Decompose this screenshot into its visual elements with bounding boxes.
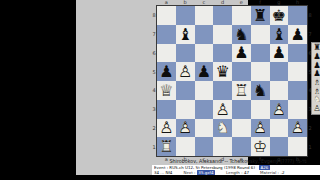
black-n-piece: ♞ (251, 81, 270, 100)
square-c4 (195, 81, 214, 100)
square-h7: ♟ (288, 25, 307, 44)
black-r-piece: ♜ (251, 6, 270, 25)
square-b3 (176, 100, 195, 119)
square-c5: ♟ (195, 62, 214, 81)
square-d7 (213, 25, 232, 44)
square-g4 (270, 81, 289, 100)
square-a3 (157, 100, 176, 119)
chess-board: ♜♚♝♞♝♟♟♟♟♟♙♟♛♛♕♜♖♞♟♙♟♙♟♙♟♙♞♘♟♙♟♙♜♖♚♔ (156, 5, 308, 157)
white-q-piece: ♕ (157, 81, 176, 100)
square-d4 (213, 81, 232, 100)
black-p-piece: ♟ (288, 25, 307, 44)
next-move-badge: 35.gxf4 (197, 170, 215, 175)
black-b-piece: ♝ (176, 25, 195, 44)
square-c6 (195, 44, 214, 63)
square-f3 (251, 100, 270, 119)
square-f1: ♚♔ (251, 137, 270, 156)
square-h1 (288, 137, 307, 156)
black-n-piece: ♞ (232, 25, 251, 44)
square-b6 (176, 44, 195, 63)
square-a2: ♟♙ (157, 119, 176, 138)
black-b-piece: ♝ (270, 25, 289, 44)
captured-pieces-tray: ♜♟♟♟♝♗♝♗♞♘♟♙ (311, 42, 320, 115)
square-f2: ♟♙ (251, 119, 270, 138)
square-g7: ♝ (270, 25, 289, 44)
square-c2 (195, 119, 214, 138)
square-e2 (232, 119, 251, 138)
square-a4: ♛♕ (157, 81, 176, 100)
square-b8 (176, 6, 195, 25)
square-d8 (213, 6, 232, 25)
white-n-piece: ♘ (213, 119, 232, 138)
white-p-piece: ♙ (176, 62, 195, 81)
square-e4: ♜♖ (232, 81, 251, 100)
square-b1 (176, 137, 195, 156)
square-f5 (251, 62, 270, 81)
square-e5 (232, 62, 251, 81)
square-a5: ♟ (157, 62, 176, 81)
length-value: 47 (244, 170, 249, 175)
square-g2 (270, 119, 289, 138)
square-g5 (270, 62, 289, 81)
square-e8 (232, 6, 251, 25)
square-g1 (270, 137, 289, 156)
material-label: Material : (260, 170, 279, 175)
square-h6 (288, 44, 307, 63)
white-r-piece: ♖ (157, 137, 176, 156)
square-e7: ♞ (232, 25, 251, 44)
length-label: Length : (226, 170, 242, 175)
square-f6 (251, 44, 270, 63)
square-a6 (157, 44, 176, 63)
square-e3 (232, 100, 251, 119)
rank-label-7: 7 (308, 25, 312, 44)
square-f4: ♞ (251, 81, 270, 100)
square-d2: ♞♘ (213, 119, 232, 138)
black-p-piece: ♟ (157, 62, 176, 81)
video-content-area: abcdefgh abcdefgh 87654321 87654321 ♜♚♝♞… (76, 0, 248, 175)
players-caption-text: Shirobokov, Aleksandr -- Tchelkovsky, Ev… (152, 159, 320, 164)
captured-white-p: ♟♙ (312, 104, 320, 113)
black-p-piece: ♟ (195, 62, 214, 81)
rank-label-2: 2 (308, 119, 312, 138)
black-p-piece: ♟ (270, 44, 289, 63)
square-g8: ♚ (270, 6, 289, 25)
square-c3 (195, 100, 214, 119)
black-k-piece: ♚ (270, 6, 289, 25)
square-d3: ♟♙ (213, 100, 232, 119)
material-value: -2 (280, 170, 284, 175)
square-a7 (157, 25, 176, 44)
next-label: Next : (183, 170, 195, 175)
square-b7: ♝ (176, 25, 195, 44)
square-h8 (288, 6, 307, 25)
move-info-line: 34 ... Nf4 Next : 35.gxf4 Length : 47 Ma… (152, 170, 320, 175)
square-b5: ♟♙ (176, 62, 195, 81)
white-p-piece: ♙ (157, 119, 176, 138)
square-d6 (213, 44, 232, 63)
black-q-piece: ♛ (213, 62, 232, 81)
last-move-text: 34 ... Nf4 (154, 170, 172, 175)
square-e6: ♟ (232, 44, 251, 63)
square-h2: ♟♙ (288, 119, 307, 138)
square-a8 (157, 6, 176, 25)
square-b4 (176, 81, 195, 100)
square-g6: ♟ (270, 44, 289, 63)
square-c8 (195, 6, 214, 25)
white-p-piece: ♙ (270, 100, 289, 119)
black-p-piece: ♟ (232, 44, 251, 63)
white-p-piece: ♙ (251, 119, 270, 138)
rank-label-1: 1 (308, 137, 312, 156)
white-p-piece: ♙ (312, 104, 320, 113)
white-k-piece: ♔ (251, 137, 270, 156)
square-c7 (195, 25, 214, 44)
white-p-piece: ♙ (176, 119, 195, 138)
square-h4 (288, 81, 307, 100)
square-d5: ♛ (213, 62, 232, 81)
square-f7 (251, 25, 270, 44)
square-c1 (195, 137, 214, 156)
white-p-piece: ♙ (288, 119, 307, 138)
square-d1 (213, 137, 232, 156)
white-p-piece: ♙ (213, 100, 232, 119)
square-f8: ♜ (251, 6, 270, 25)
square-g3: ♟♙ (270, 100, 289, 119)
square-a1: ♜♖ (157, 137, 176, 156)
square-e1 (232, 137, 251, 156)
square-b2: ♟♙ (176, 119, 195, 138)
square-h5 (288, 62, 307, 81)
square-h3 (288, 100, 307, 119)
rank-label-8: 8 (308, 6, 312, 25)
white-r-piece: ♖ (232, 81, 251, 100)
game-info-panel: Event : RUS-ch U12, St Petersburg (1998 … (152, 165, 320, 175)
